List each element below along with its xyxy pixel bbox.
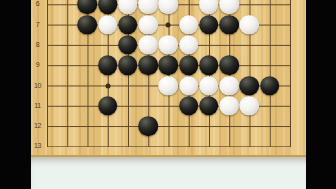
white-stone[interactable] xyxy=(240,15,260,35)
black-stone[interactable] xyxy=(219,15,239,35)
white-stone[interactable] xyxy=(159,0,179,14)
white-stone[interactable] xyxy=(179,15,199,35)
black-stone[interactable] xyxy=(138,116,158,136)
black-stone[interactable] xyxy=(179,55,199,75)
white-stone[interactable] xyxy=(98,15,118,35)
white-stone[interactable] xyxy=(199,0,219,14)
black-stone[interactable] xyxy=(219,55,239,75)
white-stone[interactable] xyxy=(199,76,219,96)
white-stone[interactable] xyxy=(138,15,158,35)
white-stone[interactable] xyxy=(179,35,199,55)
black-stone[interactable] xyxy=(78,15,98,35)
black-stone[interactable] xyxy=(118,55,138,75)
white-stone[interactable] xyxy=(138,0,158,14)
white-stone[interactable] xyxy=(219,76,239,96)
white-stone[interactable] xyxy=(118,0,138,14)
black-stone[interactable] xyxy=(98,96,118,116)
white-stone[interactable] xyxy=(159,76,179,96)
black-stone[interactable] xyxy=(199,55,219,75)
star-point xyxy=(166,22,171,27)
white-stone[interactable] xyxy=(159,35,179,55)
black-stone[interactable] xyxy=(98,55,118,75)
goban[interactable]: 678910111213 xyxy=(31,0,306,157)
black-stone[interactable] xyxy=(159,55,179,75)
black-stone[interactable] xyxy=(240,76,260,96)
black-stone[interactable] xyxy=(78,0,98,14)
row-label-13: 13 xyxy=(31,142,44,150)
white-stone[interactable] xyxy=(179,76,199,96)
white-stone[interactable] xyxy=(240,96,260,116)
black-stone[interactable] xyxy=(118,15,138,35)
black-stone[interactable] xyxy=(118,35,138,55)
black-stone[interactable] xyxy=(199,96,219,116)
letterbox-right xyxy=(306,0,336,189)
table-surface xyxy=(31,157,308,189)
video-frame: 678910111213 xyxy=(0,0,336,189)
letterbox-left xyxy=(0,0,31,189)
black-stone[interactable] xyxy=(260,76,280,96)
white-stone[interactable] xyxy=(219,0,239,14)
row-label-8: 8 xyxy=(31,41,44,49)
row-label-6: 6 xyxy=(31,0,44,8)
white-stone[interactable] xyxy=(219,96,239,116)
black-stone[interactable] xyxy=(199,15,219,35)
row-label-11: 11 xyxy=(31,102,44,110)
white-stone[interactable] xyxy=(138,35,158,55)
black-stone[interactable] xyxy=(98,0,118,14)
row-label-7: 7 xyxy=(31,21,44,29)
row-label-10: 10 xyxy=(31,82,44,90)
black-stone[interactable] xyxy=(179,96,199,116)
black-stone[interactable] xyxy=(138,55,158,75)
star-point xyxy=(105,83,110,88)
row-label-12: 12 xyxy=(31,122,44,130)
row-label-9: 9 xyxy=(31,61,44,69)
